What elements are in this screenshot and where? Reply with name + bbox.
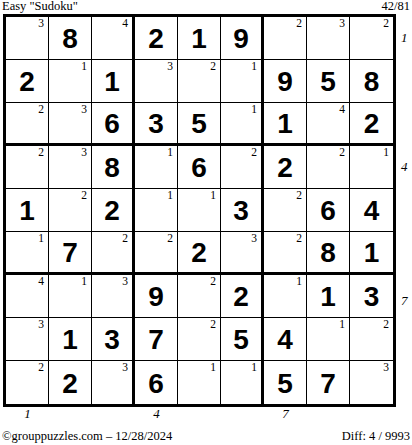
cell-digit: 6 xyxy=(320,195,336,225)
pencil-mark: 1 xyxy=(38,233,44,245)
sudoku-cell[interactable]: 8 xyxy=(350,60,393,103)
cell-digit: 2 xyxy=(364,108,380,138)
pencil-mark: 1 xyxy=(81,276,87,288)
sudoku-cell[interactable]: 3 xyxy=(92,275,135,318)
cell-digit: 7 xyxy=(148,324,164,354)
sudoku-cell[interactable]: 2 xyxy=(49,361,92,404)
sudoku-cell[interactable]: 3 xyxy=(135,60,178,103)
sudoku-cell[interactable]: 1 xyxy=(135,189,178,232)
sudoku-cell[interactable]: 1 xyxy=(92,60,135,103)
sudoku-cell[interactable]: 2 xyxy=(264,17,307,60)
sudoku-cell[interactable]: 3 xyxy=(49,103,92,146)
sudoku-cell[interactable]: 6 xyxy=(92,103,135,146)
pencil-mark: 1 xyxy=(251,362,257,374)
pencil-mark: 2 xyxy=(251,147,257,159)
pencil-mark: 3 xyxy=(122,362,128,374)
sudoku-cell[interactable]: 2 xyxy=(92,232,135,275)
cell-digit: 5 xyxy=(191,108,207,138)
pencil-mark: 2 xyxy=(383,18,389,30)
col-label: 7 xyxy=(264,406,307,421)
sudoku-cell[interactable]: 3 xyxy=(221,232,264,275)
pencil-mark: 4 xyxy=(38,276,44,288)
sudoku-cell[interactable]: 4 xyxy=(92,17,135,60)
cell-digit: 3 xyxy=(233,195,249,225)
cell-digit: 7 xyxy=(320,368,336,398)
sudoku-cell[interactable]: 2 xyxy=(6,103,49,146)
sudoku-cell[interactable]: 1 xyxy=(264,275,307,318)
pencil-mark: 3 xyxy=(339,18,345,30)
sudoku-cell[interactable]: 1 xyxy=(178,17,221,60)
cell-digit: 1 xyxy=(191,23,207,53)
sudoku-cell[interactable]: 2 xyxy=(6,361,49,404)
row-label: 7 xyxy=(401,293,412,308)
cell-digit: 6 xyxy=(104,108,120,138)
difficulty-text: Diff: 4 / 9993 xyxy=(342,429,410,443)
cell-digit: 1 xyxy=(19,195,35,225)
sudoku-cell[interactable]: 1 xyxy=(178,189,221,232)
pencil-mark: 4 xyxy=(122,18,128,30)
sudoku-cell[interactable]: 8 xyxy=(49,17,92,60)
cell-digit: 2 xyxy=(104,195,120,225)
sudoku-board: 3842192322113219582363511422381622211221… xyxy=(3,14,396,407)
sudoku-cell[interactable]: 2 xyxy=(178,60,221,103)
cell-digit: 2 xyxy=(277,152,293,182)
sudoku-cell[interactable]: 2 xyxy=(6,60,49,103)
sudoku-cell[interactable]: 4 xyxy=(307,103,350,146)
cell-digit: 8 xyxy=(320,237,336,267)
pencil-mark: 3 xyxy=(167,61,173,73)
pencil-mark: 4 xyxy=(339,104,345,116)
sudoku-cell[interactable]: 2 xyxy=(264,146,307,189)
sudoku-cell[interactable]: 8 xyxy=(92,146,135,189)
cell-digit: 1 xyxy=(62,324,78,354)
sudoku-cell[interactable]: 8 xyxy=(307,232,350,275)
pencil-mark: 2 xyxy=(210,319,216,331)
sudoku-cell[interactable]: 1 xyxy=(350,146,393,189)
pencil-mark: 1 xyxy=(251,61,257,73)
cell-digit: 2 xyxy=(148,23,164,53)
sudoku-cell[interactable]: 1 xyxy=(307,318,350,361)
cell-digit: 8 xyxy=(104,152,120,182)
sudoku-cell[interactable]: 2 xyxy=(221,275,264,318)
sudoku-cell[interactable]: 6 xyxy=(135,361,178,404)
cell-digit: 3 xyxy=(148,108,164,138)
cell-digit: 8 xyxy=(364,66,380,96)
sudoku-cell[interactable]: 2 xyxy=(307,146,350,189)
sudoku-cell[interactable]: 2 xyxy=(92,189,135,232)
sudoku-cell[interactable]: 1 xyxy=(307,275,350,318)
cell-digit: 2 xyxy=(191,237,207,267)
sudoku-cell[interactable]: 3 xyxy=(49,146,92,189)
sudoku-cell[interactable]: 2 xyxy=(221,146,264,189)
sudoku-cell[interactable]: 1 xyxy=(6,189,49,232)
sudoku-cell[interactable]: 5 xyxy=(221,318,264,361)
cell-digit: 4 xyxy=(277,324,293,354)
pencil-mark: 2 xyxy=(81,190,87,202)
sudoku-cell[interactable]: 2 xyxy=(264,189,307,232)
cell-digit: 6 xyxy=(148,368,164,398)
sudoku-cell[interactable]: 4 xyxy=(350,189,393,232)
cell-digit: 5 xyxy=(277,368,293,398)
cell-digit: 1 xyxy=(364,237,380,267)
puzzle-title: Easy "Sudoku" xyxy=(2,0,78,13)
cell-digit: 9 xyxy=(148,281,164,311)
pencil-mark: 1 xyxy=(167,190,173,202)
sudoku-cell[interactable]: 9 xyxy=(221,17,264,60)
cell-digit: 6 xyxy=(191,152,207,182)
sudoku-cell[interactable]: 1 xyxy=(221,60,264,103)
pencil-mark: 1 xyxy=(251,104,257,116)
sudoku-cell[interactable]: 1 xyxy=(178,361,221,404)
pencil-mark: 2 xyxy=(38,147,44,159)
sudoku-cell[interactable]: 1 xyxy=(49,275,92,318)
pencil-mark: 3 xyxy=(38,319,44,331)
sudoku-cell[interactable]: 5 xyxy=(307,60,350,103)
sudoku-cell[interactable]: 2 xyxy=(178,275,221,318)
sudoku-cell[interactable]: 3 xyxy=(350,361,393,404)
col-label: 4 xyxy=(135,406,178,421)
sudoku-cell[interactable]: 1 xyxy=(6,232,49,275)
pencil-mark: 3 xyxy=(81,147,87,159)
pencil-mark: 3 xyxy=(81,104,87,116)
pencil-mark: 3 xyxy=(251,233,257,245)
sudoku-cell[interactable]: 4 xyxy=(6,275,49,318)
sudoku-cell[interactable]: 2 xyxy=(350,103,393,146)
cell-digit: 2 xyxy=(233,281,249,311)
sudoku-cell[interactable]: 7 xyxy=(307,361,350,404)
sudoku-cell[interactable]: 2 xyxy=(350,318,393,361)
pencil-mark: 1 xyxy=(296,276,302,288)
cell-digit: 4 xyxy=(364,195,380,225)
sudoku-cell[interactable]: 1 xyxy=(49,318,92,361)
pencil-mark: 3 xyxy=(383,362,389,374)
cell-digit: 2 xyxy=(19,66,35,96)
sudoku-cell[interactable]: 7 xyxy=(135,318,178,361)
cell-digit: 1 xyxy=(320,281,336,311)
pencil-mark: 1 xyxy=(383,147,389,159)
cell-digit: 5 xyxy=(320,66,336,96)
sudoku-cell[interactable]: 3 xyxy=(92,318,135,361)
pencil-mark: 2 xyxy=(383,319,389,331)
row-label: 1 xyxy=(401,30,412,45)
sudoku-cell[interactable]: 2 xyxy=(135,232,178,275)
sudoku-cell[interactable]: 3 xyxy=(6,318,49,361)
sudoku-cell[interactable]: 1 xyxy=(49,60,92,103)
sudoku-cell[interactable]: 2 xyxy=(178,318,221,361)
pencil-mark: 2 xyxy=(38,362,44,374)
pencil-mark: 2 xyxy=(296,233,302,245)
cell-digit: 8 xyxy=(62,23,78,53)
pencil-mark: 1 xyxy=(339,319,345,331)
sudoku-cell[interactable]: 2 xyxy=(264,232,307,275)
sudoku-cell[interactable]: 5 xyxy=(264,361,307,404)
pencil-mark: 2 xyxy=(296,18,302,30)
sudoku-cell[interactable]: 1 xyxy=(350,232,393,275)
sudoku-cell[interactable]: 3 xyxy=(6,17,49,60)
copyright-text: ©grouppuzzles.com – 12/28/2024 xyxy=(2,429,172,443)
header: Easy "Sudoku" 42/81 xyxy=(2,0,410,13)
sudoku-cell[interactable]: 2 xyxy=(135,17,178,60)
sudoku-cell[interactable]: 4 xyxy=(264,318,307,361)
sudoku-cell[interactable]: 2 xyxy=(350,17,393,60)
pencil-mark: 2 xyxy=(38,104,44,116)
sudoku-cell[interactable]: 1 xyxy=(135,146,178,189)
sudoku-cell[interactable]: 9 xyxy=(264,60,307,103)
pencil-mark: 2 xyxy=(210,276,216,288)
sudoku-cell[interactable]: 6 xyxy=(178,146,221,189)
cell-digit: 7 xyxy=(62,237,78,267)
pencil-mark: 1 xyxy=(167,147,173,159)
pencil-mark: 1 xyxy=(210,190,216,202)
cell-digit: 2 xyxy=(62,368,78,398)
sudoku-cell[interactable]: 2 xyxy=(6,146,49,189)
progress-counter: 42/81 xyxy=(382,0,410,13)
sudoku-cell[interactable]: 7 xyxy=(49,232,92,275)
sudoku-cell[interactable]: 1 xyxy=(264,103,307,146)
sudoku-cell[interactable]: 3 xyxy=(350,275,393,318)
footer: ©grouppuzzles.com – 12/28/2024 Diff: 4 /… xyxy=(2,429,410,443)
sudoku-cell[interactable]: 3 xyxy=(221,189,264,232)
pencil-mark: 3 xyxy=(38,18,44,30)
pencil-mark: 2 xyxy=(122,233,128,245)
cell-digit: 1 xyxy=(104,66,120,96)
col-label: 1 xyxy=(6,406,49,421)
cell-digit: 1 xyxy=(277,108,293,138)
sudoku-cell[interactable]: 6 xyxy=(307,189,350,232)
sudoku-cell[interactable]: 1 xyxy=(221,361,264,404)
pencil-mark: 3 xyxy=(122,276,128,288)
row-label: 4 xyxy=(401,159,412,174)
sudoku-cell[interactable]: 3 xyxy=(135,103,178,146)
pencil-mark: 2 xyxy=(296,190,302,202)
cell-digit: 3 xyxy=(104,324,120,354)
sudoku-cell[interactable]: 2 xyxy=(178,232,221,275)
sudoku-cell[interactable]: 1 xyxy=(221,103,264,146)
pencil-mark: 2 xyxy=(210,61,216,73)
sudoku-cell[interactable]: 5 xyxy=(178,103,221,146)
cell-digit: 9 xyxy=(233,23,249,53)
cell-digit: 3 xyxy=(364,281,380,311)
sudoku-cell[interactable]: 3 xyxy=(307,17,350,60)
pencil-mark: 1 xyxy=(210,362,216,374)
pencil-mark: 2 xyxy=(167,233,173,245)
pencil-mark: 1 xyxy=(81,61,87,73)
pencil-mark: 2 xyxy=(339,147,345,159)
sudoku-cell[interactable]: 2 xyxy=(49,189,92,232)
cell-digit: 9 xyxy=(277,66,293,96)
cell-digit: 5 xyxy=(233,324,249,354)
sudoku-cell[interactable]: 9 xyxy=(135,275,178,318)
sudoku-cell[interactable]: 3 xyxy=(92,361,135,404)
